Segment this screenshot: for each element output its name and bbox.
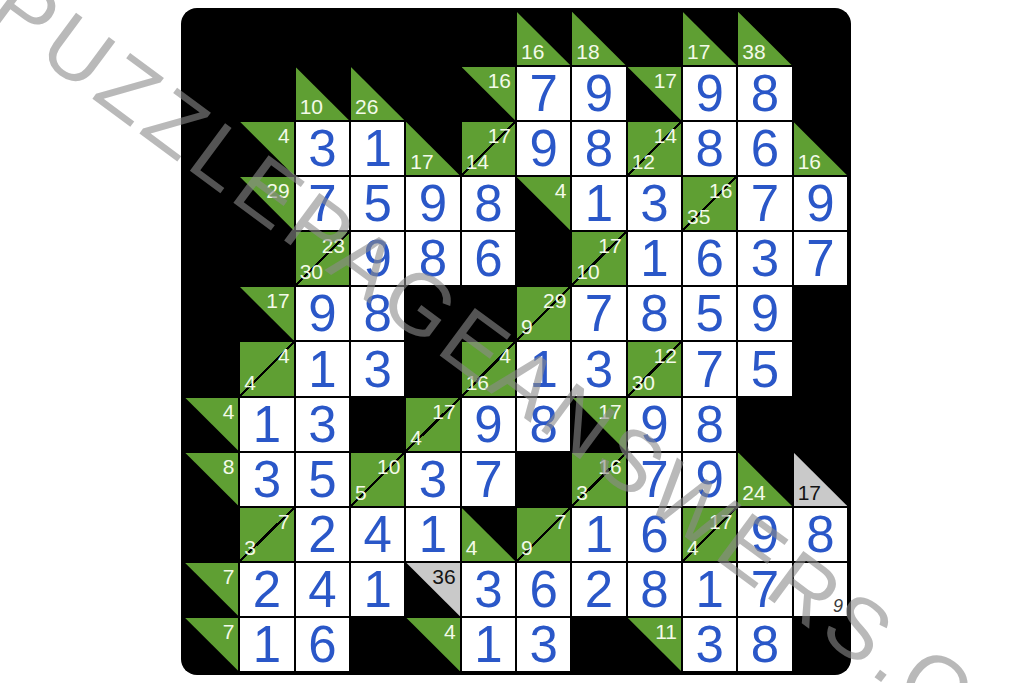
black-cell — [794, 342, 847, 395]
answer-digit: 8 — [695, 399, 723, 450]
answer-digit: 4 — [308, 564, 336, 615]
down-clue-number: 17 — [410, 151, 433, 172]
answer-cell[interactable]: 1 — [240, 398, 293, 451]
across-clue-number: 10 — [377, 456, 400, 477]
down-clue-number: 5 — [355, 482, 367, 503]
clue-cell-across: 4 — [240, 122, 293, 175]
answer-digit: 8 — [695, 123, 723, 174]
answer-digit: 1 — [585, 178, 613, 229]
black-cell — [517, 453, 570, 506]
answer-digit: 2 — [308, 509, 336, 560]
answer-digit: 1 — [419, 509, 447, 560]
clue-cell-across: 7 — [185, 618, 238, 671]
black-cell — [240, 232, 293, 285]
clue-cell-across-down: 1412 — [628, 122, 681, 175]
down-clue-number: 4 — [244, 372, 256, 393]
across-clue-number: 17 — [598, 401, 621, 422]
across-clue-number: 7 — [555, 511, 567, 532]
answer-cell[interactable]: 1 — [462, 618, 515, 671]
clue-cell-across-down: 44 — [240, 342, 293, 395]
answer-cell[interactable]: 1 — [240, 618, 293, 671]
answer-digit: 4 — [363, 509, 391, 560]
answer-digit: 5 — [751, 344, 779, 395]
answer-cell[interactable]: 7 — [462, 453, 515, 506]
across-clue-number: 36 — [432, 566, 455, 587]
answer-cell[interactable]: 1 — [628, 232, 681, 285]
answer-digit: 1 — [308, 344, 336, 395]
down-clue-number: 16 — [798, 151, 821, 172]
answer-digit: 3 — [253, 454, 281, 505]
answer-cell[interactable]: 6 — [738, 122, 791, 175]
clue-cell-across-down: 1710 — [572, 232, 625, 285]
down-clue-number: 14 — [466, 151, 489, 172]
answer-digit: 7 — [585, 288, 613, 339]
black-cell — [185, 342, 238, 395]
answer-cell[interactable]: 9 — [683, 67, 736, 120]
answer-digit: 9 — [695, 454, 723, 505]
clue-cell-across: 8 — [185, 453, 238, 506]
clue-cell-across: 4 — [185, 398, 238, 451]
clue-cell-across-down: 1714 — [462, 122, 515, 175]
down-clue-number: 10 — [576, 261, 599, 282]
answer-digit: 6 — [308, 619, 336, 670]
answer-cell[interactable]: 9 — [572, 67, 625, 120]
down-clue-number: 4 — [410, 427, 422, 448]
black-cell — [240, 12, 293, 65]
clue-cell-across-down: 163 — [572, 453, 625, 506]
answer-digit: 1 — [529, 344, 557, 395]
across-clue-number: 4 — [223, 401, 235, 422]
answer-cell[interactable]: 5 — [351, 177, 404, 230]
clue-cell-down: 17 — [406, 122, 459, 175]
black-cell — [794, 67, 847, 120]
clue-cell-across-down: 174 — [406, 398, 459, 451]
clue-cell-across-down: 174 — [683, 508, 736, 561]
answer-digit: 9 — [419, 178, 447, 229]
answer-digit: 6 — [751, 123, 779, 174]
answer-cell[interactable]: 3 — [296, 122, 349, 175]
answer-cell[interactable]: 6 — [296, 618, 349, 671]
pencil-digit: 9 — [833, 597, 843, 615]
answer-digit: 9 — [363, 233, 391, 284]
black-cell — [185, 12, 238, 65]
clue-cell-across-down: 73 — [240, 508, 293, 561]
answer-digit: 8 — [751, 619, 779, 670]
answer-cell[interactable]: 7 — [683, 342, 736, 395]
answer-cell[interactable]: 9 — [738, 287, 791, 340]
across-clue-number: 4 — [555, 180, 567, 201]
black-cell — [738, 398, 791, 451]
across-clue-number: 7 — [223, 566, 235, 587]
answer-digit: 2 — [253, 564, 281, 615]
answer-digit: 7 — [529, 68, 557, 119]
answer-digit: 6 — [474, 233, 502, 284]
black-cell — [351, 618, 404, 671]
answer-cell[interactable]: 9 — [462, 398, 515, 451]
answer-cell[interactable]: 1 — [406, 508, 459, 561]
clue-cell-across-down: 105 — [351, 453, 404, 506]
clue-cell-across-down: 1635 — [683, 177, 736, 230]
answer-cell[interactable]: 6 — [628, 508, 681, 561]
answer-cell[interactable]: 3 — [683, 618, 736, 671]
answer-cell[interactable]: 4 — [351, 508, 404, 561]
answer-digit: 9 — [806, 178, 834, 229]
answer-digit: 8 — [474, 178, 502, 229]
black-cell — [351, 398, 404, 451]
black-cell — [406, 67, 459, 120]
answer-cell[interactable]: 8 — [628, 563, 681, 616]
black-cell — [185, 232, 238, 285]
across-clue-number: 11 — [655, 621, 677, 642]
black-cell — [185, 177, 238, 230]
answer-digit: 1 — [253, 399, 281, 450]
answer-digit: 7 — [751, 178, 779, 229]
answer-digit: 8 — [419, 233, 447, 284]
clue-cell-across-down: 1230 — [628, 342, 681, 395]
black-cell — [240, 67, 293, 120]
across-clue-number: 12 — [654, 345, 677, 366]
answer-digit: 3 — [640, 178, 668, 229]
answer-digit: 1 — [474, 619, 502, 670]
answer-digit: 9 — [751, 509, 779, 560]
down-clue-number: 4 — [466, 537, 478, 558]
answer-digit: 5 — [363, 178, 391, 229]
answer-cell[interactable]: 8 — [517, 398, 570, 451]
answer-cell[interactable]: 1 — [351, 563, 404, 616]
answer-digit: 9 — [308, 288, 336, 339]
across-clue-number: 7 — [278, 511, 290, 532]
answer-digit: 3 — [308, 399, 336, 450]
answer-cell[interactable]: 3 — [351, 342, 404, 395]
down-clue-number: 4 — [687, 537, 699, 558]
answer-cell[interactable]: 5 — [683, 287, 736, 340]
clue-cell-across: 4 — [406, 618, 459, 671]
answer-cell[interactable]: 1 — [572, 508, 625, 561]
clue-cell-gray-across: 36 — [406, 563, 459, 616]
answer-digit: 1 — [363, 564, 391, 615]
down-clue-number: 24 — [742, 482, 765, 503]
across-clue-number: 17 — [266, 290, 289, 311]
answer-cell[interactable]: 6 — [462, 232, 515, 285]
across-clue-number: 4 — [278, 345, 290, 366]
answer-digit: 3 — [751, 233, 779, 284]
answer-digit: 9 — [474, 399, 502, 450]
answer-digit: 3 — [585, 344, 613, 395]
clue-cell-down: 18 — [572, 12, 625, 65]
clue-cell-across-down: 2330 — [296, 232, 349, 285]
clue-cell-across: 16 — [462, 67, 515, 120]
across-clue-number: 16 — [598, 456, 621, 477]
answer-digit: 3 — [419, 454, 447, 505]
answer-digit: 9 — [640, 399, 668, 450]
black-cell — [185, 508, 238, 561]
answer-digit: 7 — [695, 344, 723, 395]
down-clue-number: 3 — [576, 482, 588, 503]
black-cell — [185, 122, 238, 175]
answer-digit: 9 — [751, 288, 779, 339]
clue-cell-down: 10 — [296, 67, 349, 120]
screenshot-stage: 1618173810261679179843117171498141286162… — [0, 0, 1024, 683]
across-clue-number: 4 — [278, 125, 290, 146]
clue-cell-across: 7 — [185, 563, 238, 616]
clue-cell-across: 17 — [240, 287, 293, 340]
answer-digit: 8 — [806, 509, 834, 560]
answer-cell[interactable]: 8 — [683, 398, 736, 451]
down-clue-number: 18 — [576, 41, 599, 62]
clue-cell-down: 4 — [462, 508, 515, 561]
black-cell — [406, 12, 459, 65]
answer-digit: 8 — [529, 399, 557, 450]
answer-digit: 8 — [751, 68, 779, 119]
answer-digit: 8 — [640, 288, 668, 339]
answer-cell[interactable]: 3 — [738, 232, 791, 285]
down-clue-number: 26 — [355, 96, 378, 117]
kakuro-grid: 1618173810261679179843117171498141286162… — [185, 12, 847, 671]
clue-cell-across-down: 79 — [517, 508, 570, 561]
clue-cell-down: 26 — [351, 67, 404, 120]
answer-cell[interactable]: 9 — [296, 287, 349, 340]
answer-cell[interactable]: 7 — [738, 177, 791, 230]
across-clue-number: 8 — [223, 456, 235, 477]
answer-cell[interactable]: 6 — [683, 232, 736, 285]
answer-digit: 9 — [695, 68, 723, 119]
black-cell — [351, 12, 404, 65]
answer-cell[interactable]: 5 — [296, 453, 349, 506]
answer-cell[interactable]: 2 — [572, 563, 625, 616]
across-clue-number: 17 — [598, 235, 621, 256]
answer-cell[interactable]: 7 — [738, 563, 791, 616]
clue-cell-across: 17 — [628, 67, 681, 120]
answer-cell[interactable]: 7 — [794, 232, 847, 285]
answer-cell[interactable]: 7 — [628, 453, 681, 506]
across-clue-number: 17 — [488, 125, 511, 146]
answer-cell[interactable]: 1 — [296, 342, 349, 395]
answer-cell[interactable]: 9 — [794, 177, 847, 230]
clue-cell-across: 17 — [572, 398, 625, 451]
answer-cell[interactable]: 3 — [462, 563, 515, 616]
black-cell — [406, 342, 459, 395]
answer-cell[interactable]: 1 — [351, 122, 404, 175]
answer-digit: 1 — [640, 233, 668, 284]
across-clue-number: 29 — [543, 290, 566, 311]
down-clue-number: 35 — [687, 206, 710, 227]
answer-cell[interactable]: 8 — [462, 177, 515, 230]
answer-digit: 9 — [529, 123, 557, 174]
answer-digit: 3 — [363, 344, 391, 395]
answer-cell[interactable]: 1 — [517, 342, 570, 395]
clue-cell-across: 29 — [240, 177, 293, 230]
answer-cell[interactable]: 9 — [406, 177, 459, 230]
across-clue-number: 17 — [709, 511, 732, 532]
black-cell — [185, 287, 238, 340]
across-clue-number: 4 — [499, 345, 511, 366]
answer-cell[interactable]: 3 — [296, 398, 349, 451]
clue-cell-down: 24 — [738, 453, 791, 506]
down-clue-number: 12 — [632, 151, 655, 172]
answer-digit: 7 — [474, 454, 502, 505]
answer-cell-pencil[interactable]: 9 — [794, 563, 847, 616]
black-cell — [296, 12, 349, 65]
across-clue-number: 29 — [266, 180, 289, 201]
answer-cell[interactable]: 2 — [240, 563, 293, 616]
answer-cell[interactable]: 2 — [296, 508, 349, 561]
clue-cell-down: 16 — [517, 12, 570, 65]
black-cell — [794, 618, 847, 671]
answer-cell[interactable]: 1 — [572, 177, 625, 230]
answer-cell[interactable]: 8 — [683, 122, 736, 175]
answer-cell[interactable]: 3 — [517, 618, 570, 671]
down-clue-number: 30 — [632, 372, 655, 393]
down-clue-number: 16 — [466, 372, 489, 393]
answer-digit: 9 — [585, 68, 613, 119]
answer-cell[interactable]: 8 — [572, 122, 625, 175]
black-cell — [794, 287, 847, 340]
answer-cell[interactable]: 9 — [351, 232, 404, 285]
answer-digit: 3 — [529, 619, 557, 670]
clue-cell-across: 11 — [628, 618, 681, 671]
answer-digit: 8 — [363, 288, 391, 339]
down-clue-number: 9 — [521, 537, 533, 558]
answer-cell[interactable]: 4 — [296, 563, 349, 616]
clue-cell-across-down: 299 — [517, 287, 570, 340]
black-cell — [406, 287, 459, 340]
answer-digit: 6 — [640, 509, 668, 560]
clue-cell-down: 17 — [683, 12, 736, 65]
black-cell — [794, 398, 847, 451]
clue-cell-down: 16 — [794, 122, 847, 175]
answer-cell[interactable]: 8 — [406, 232, 459, 285]
across-clue-number: 23 — [322, 235, 345, 256]
across-clue-number: 16 — [709, 180, 732, 201]
answer-cell[interactable]: 8 — [738, 67, 791, 120]
across-clue-number: 17 — [654, 70, 677, 91]
answer-cell[interactable]: 3 — [628, 177, 681, 230]
across-clue-number: 4 — [444, 621, 456, 642]
down-clue-number: 16 — [521, 41, 544, 62]
answer-cell[interactable]: 8 — [351, 287, 404, 340]
down-clue-number: 10 — [300, 96, 323, 117]
answer-cell[interactable]: 9 — [517, 122, 570, 175]
kakuro-board: 1618173810261679179843117171498141286162… — [181, 8, 851, 675]
across-clue-number: 17 — [432, 401, 455, 422]
answer-digit: 3 — [695, 619, 723, 670]
black-cell — [628, 12, 681, 65]
down-clue-number: 17 — [687, 41, 710, 62]
answer-digit: 8 — [640, 564, 668, 615]
clue-cell-gray-down: 17 — [794, 453, 847, 506]
down-clue-number: 17 — [798, 482, 821, 503]
answer-digit: 5 — [308, 454, 336, 505]
answer-cell[interactable]: 8 — [794, 508, 847, 561]
answer-cell[interactable]: 7 — [572, 287, 625, 340]
answer-digit: 6 — [529, 564, 557, 615]
answer-digit: 7 — [751, 564, 779, 615]
across-clue-number: 7 — [223, 621, 235, 642]
answer-cell[interactable]: 3 — [240, 453, 293, 506]
clue-cell-across: 4 — [517, 177, 570, 230]
answer-cell[interactable]: 7 — [296, 177, 349, 230]
down-clue-number: 3 — [244, 537, 256, 558]
answer-digit: 6 — [695, 233, 723, 284]
black-cell — [462, 12, 515, 65]
answer-digit: 3 — [308, 123, 336, 174]
answer-cell[interactable]: 3 — [406, 453, 459, 506]
answer-digit: 7 — [806, 233, 834, 284]
answer-digit: 5 — [695, 288, 723, 339]
clue-cell-across-down: 416 — [462, 342, 515, 395]
across-clue-number: 16 — [488, 70, 511, 91]
answer-digit: 8 — [585, 123, 613, 174]
answer-cell[interactable]: 8 — [628, 287, 681, 340]
answer-digit: 7 — [640, 454, 668, 505]
answer-digit: 2 — [585, 564, 613, 615]
answer-cell[interactable]: 9 — [738, 508, 791, 561]
answer-cell[interactable]: 8 — [738, 618, 791, 671]
answer-cell[interactable]: 6 — [517, 563, 570, 616]
answer-cell[interactable]: 9 — [628, 398, 681, 451]
answer-cell[interactable]: 3 — [572, 342, 625, 395]
answer-digit: 7 — [308, 178, 336, 229]
black-cell — [572, 618, 625, 671]
black-cell — [185, 67, 238, 120]
across-clue-number: 14 — [654, 125, 677, 146]
answer-digit: 3 — [474, 564, 502, 615]
clue-cell-down: 38 — [738, 12, 791, 65]
black-cell — [517, 232, 570, 285]
black-cell — [794, 12, 847, 65]
answer-cell[interactable]: 1 — [683, 563, 736, 616]
down-clue-number: 9 — [521, 316, 533, 337]
down-clue-number: 38 — [742, 41, 765, 62]
answer-cell[interactable]: 5 — [738, 342, 791, 395]
answer-digit: 1 — [253, 619, 281, 670]
answer-digit: 1 — [695, 564, 723, 615]
answer-digit: 1 — [363, 123, 391, 174]
black-cell — [462, 287, 515, 340]
answer-cell[interactable]: 9 — [683, 453, 736, 506]
answer-cell[interactable]: 7 — [517, 67, 570, 120]
down-clue-number: 30 — [300, 261, 323, 282]
answer-digit: 1 — [585, 509, 613, 560]
